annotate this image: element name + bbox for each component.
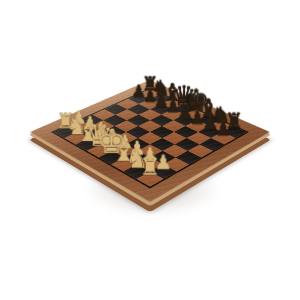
piece-black-pawn[interactable]: ♟ xyxy=(204,120,241,138)
square-h1[interactable]: ♜ xyxy=(137,172,164,187)
square-h7[interactable]: ♟ xyxy=(211,132,235,144)
piece-white-rook[interactable]: ♜ xyxy=(129,156,169,179)
chess-set-photo: ♜♞♝♛♚♝♞♜♟♟♟♟♟♟♟♟♟♟♟♟♟♟♟♟♜♞♝♛♚♝♞♜ xyxy=(0,0,300,300)
